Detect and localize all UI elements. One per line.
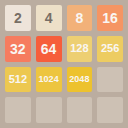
tile-2: 2 — [5, 5, 31, 31]
tile-2048: 2048 — [67, 67, 93, 93]
tile-128: 128 — [67, 36, 93, 62]
tile-8: 8 — [67, 5, 93, 31]
empty-cell — [67, 97, 93, 123]
tile-256: 256 — [97, 36, 123, 62]
empty-cell — [5, 97, 31, 123]
tile-1024: 1024 — [36, 67, 62, 93]
tile-32: 32 — [5, 36, 31, 62]
tile-64: 64 — [36, 36, 62, 62]
tile-16: 16 — [97, 5, 123, 31]
tile-512: 512 — [5, 67, 31, 93]
2048-board[interactable]: 2 4 8 16 32 64 128 256 512 1024 2048 — [0, 0, 128, 128]
empty-cell — [97, 67, 123, 93]
empty-cell — [36, 97, 62, 123]
empty-cell — [97, 97, 123, 123]
tile-4: 4 — [36, 5, 62, 31]
